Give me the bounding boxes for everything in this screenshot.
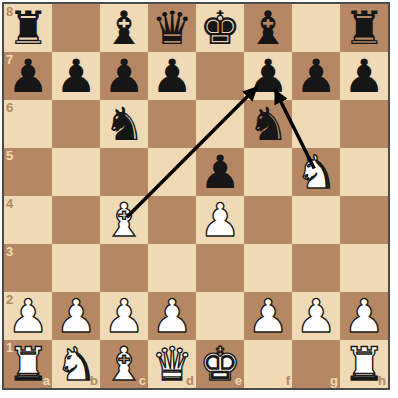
- square-h6[interactable]: [340, 100, 388, 148]
- square-c7[interactable]: ♟: [100, 52, 148, 100]
- square-e3[interactable]: [196, 244, 244, 292]
- square-a4[interactable]: 4: [4, 196, 52, 244]
- square-b7[interactable]: ♟: [52, 52, 100, 100]
- square-f4[interactable]: [244, 196, 292, 244]
- square-b3[interactable]: [52, 244, 100, 292]
- white-knight[interactable]: ♞: [295, 149, 336, 195]
- square-e4[interactable]: ♟: [196, 196, 244, 244]
- square-f3[interactable]: [244, 244, 292, 292]
- square-g6[interactable]: [292, 100, 340, 148]
- black-pawn[interactable]: ♟: [103, 53, 144, 99]
- square-h8[interactable]: ♜: [340, 4, 388, 52]
- square-g3[interactable]: [292, 244, 340, 292]
- square-c3[interactable]: [100, 244, 148, 292]
- square-h2[interactable]: ♟: [340, 292, 388, 340]
- white-pawn[interactable]: ♟: [295, 293, 336, 339]
- square-f8[interactable]: ♝: [244, 4, 292, 52]
- white-pawn[interactable]: ♟: [343, 293, 384, 339]
- square-d2[interactable]: ♟: [148, 292, 196, 340]
- square-f1[interactable]: f: [244, 340, 292, 388]
- square-f2[interactable]: ♟: [244, 292, 292, 340]
- black-pawn[interactable]: ♟: [199, 149, 240, 195]
- rank-label: 5: [6, 149, 13, 162]
- square-a7[interactable]: 7♟: [4, 52, 52, 100]
- white-queen[interactable]: ♛: [151, 341, 192, 387]
- square-f7[interactable]: ♟: [244, 52, 292, 100]
- square-h1[interactable]: h♜: [340, 340, 388, 388]
- square-c6[interactable]: ♞: [100, 100, 148, 148]
- white-bishop[interactable]: ♝: [103, 341, 144, 387]
- black-pawn[interactable]: ♟: [55, 53, 96, 99]
- black-pawn[interactable]: ♟: [295, 53, 336, 99]
- square-e5[interactable]: ♟: [196, 148, 244, 196]
- square-d4[interactable]: [148, 196, 196, 244]
- square-c2[interactable]: ♟: [100, 292, 148, 340]
- file-label: f: [286, 374, 290, 387]
- black-pawn[interactable]: ♟: [247, 53, 288, 99]
- square-g1[interactable]: g: [292, 340, 340, 388]
- square-a8[interactable]: 8♜: [4, 4, 52, 52]
- square-c5[interactable]: [100, 148, 148, 196]
- white-knight[interactable]: ♞: [55, 341, 96, 387]
- white-pawn[interactable]: ♟: [55, 293, 96, 339]
- black-knight[interactable]: ♞: [103, 101, 144, 147]
- square-a3[interactable]: 3: [4, 244, 52, 292]
- file-label: g: [330, 374, 338, 387]
- white-king[interactable]: ♚: [199, 341, 240, 387]
- square-d5[interactable]: [148, 148, 196, 196]
- square-b2[interactable]: ♟: [52, 292, 100, 340]
- rank-label: 3: [6, 245, 13, 258]
- white-pawn[interactable]: ♟: [151, 293, 192, 339]
- square-e1[interactable]: e♚: [196, 340, 244, 388]
- square-h5[interactable]: [340, 148, 388, 196]
- square-b8[interactable]: [52, 4, 100, 52]
- square-h4[interactable]: [340, 196, 388, 244]
- black-pawn[interactable]: ♟: [7, 53, 48, 99]
- square-c8[interactable]: ♝: [100, 4, 148, 52]
- black-rook[interactable]: ♜: [343, 5, 384, 51]
- chessboard: 8♜♝♛♚♝♜7♟♟♟♟♟♟♟6♞♞5♟♞4♝♟32♟♟♟♟♟♟♟1a♜b♞c♝…: [4, 4, 388, 388]
- square-e7[interactable]: [196, 52, 244, 100]
- square-b1[interactable]: b♞: [52, 340, 100, 388]
- black-pawn[interactable]: ♟: [343, 53, 384, 99]
- black-queen[interactable]: ♛: [151, 5, 192, 51]
- white-pawn[interactable]: ♟: [103, 293, 144, 339]
- square-e6[interactable]: [196, 100, 244, 148]
- square-h3[interactable]: [340, 244, 388, 292]
- square-a1[interactable]: 1a♜: [4, 340, 52, 388]
- white-bishop[interactable]: ♝: [103, 197, 144, 243]
- square-b6[interactable]: [52, 100, 100, 148]
- white-pawn[interactable]: ♟: [199, 197, 240, 243]
- white-pawn[interactable]: ♟: [7, 293, 48, 339]
- square-f6[interactable]: ♞: [244, 100, 292, 148]
- square-g7[interactable]: ♟: [292, 52, 340, 100]
- square-d3[interactable]: [148, 244, 196, 292]
- square-g8[interactable]: [292, 4, 340, 52]
- rank-label: 4: [6, 197, 13, 210]
- square-c4[interactable]: ♝: [100, 196, 148, 244]
- square-a2[interactable]: 2♟: [4, 292, 52, 340]
- square-e8[interactable]: ♚: [196, 4, 244, 52]
- white-rook[interactable]: ♜: [343, 341, 384, 387]
- square-a5[interactable]: 5: [4, 148, 52, 196]
- square-g2[interactable]: ♟: [292, 292, 340, 340]
- square-g4[interactable]: [292, 196, 340, 244]
- square-d7[interactable]: ♟: [148, 52, 196, 100]
- white-rook[interactable]: ♜: [7, 341, 48, 387]
- square-b5[interactable]: [52, 148, 100, 196]
- square-e2[interactable]: [196, 292, 244, 340]
- page: 8♜♝♛♚♝♜7♟♟♟♟♟♟♟6♞♞5♟♞4♝♟32♟♟♟♟♟♟♟1a♜b♞c♝…: [0, 0, 398, 398]
- square-a6[interactable]: 6: [4, 100, 52, 148]
- chessboard-frame: 8♜♝♛♚♝♜7♟♟♟♟♟♟♟6♞♞5♟♞4♝♟32♟♟♟♟♟♟♟1a♜b♞c♝…: [2, 2, 390, 390]
- square-f5[interactable]: [244, 148, 292, 196]
- white-pawn[interactable]: ♟: [247, 293, 288, 339]
- black-rook[interactable]: ♜: [7, 5, 48, 51]
- square-c1[interactable]: c♝: [100, 340, 148, 388]
- square-g5[interactable]: ♞: [292, 148, 340, 196]
- black-king[interactable]: ♚: [199, 5, 240, 51]
- black-knight[interactable]: ♞: [247, 101, 288, 147]
- square-b4[interactable]: [52, 196, 100, 244]
- square-d1[interactable]: d♛: [148, 340, 196, 388]
- square-h7[interactable]: ♟: [340, 52, 388, 100]
- black-pawn[interactable]: ♟: [151, 53, 192, 99]
- square-d8[interactable]: ♛: [148, 4, 196, 52]
- square-d6[interactable]: [148, 100, 196, 148]
- black-bishop[interactable]: ♝: [247, 5, 288, 51]
- black-bishop[interactable]: ♝: [103, 5, 144, 51]
